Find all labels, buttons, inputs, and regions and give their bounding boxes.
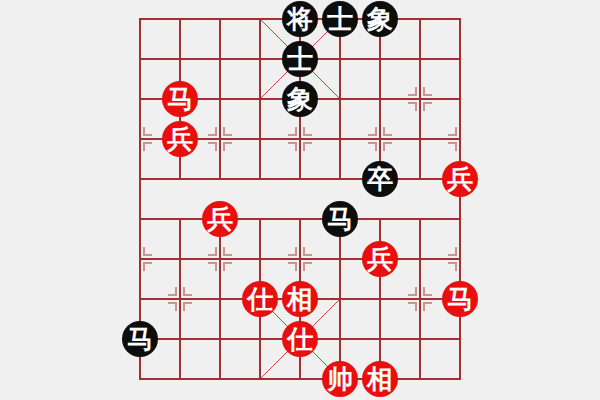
piece-red-advisor[interactable]: 仕 [242, 281, 278, 317]
piece-black-horse[interactable]: 马 [322, 201, 358, 237]
piece-black-advisor[interactable]: 士 [282, 41, 318, 77]
xiangqi-board-screenshot: 将士象士象马兵卒兵兵马兵仕相马马仕帅相 [0, 0, 600, 400]
piece-red-horse[interactable]: 马 [442, 281, 478, 317]
piece-black-horse[interactable]: 马 [122, 321, 158, 357]
piece-red-general[interactable]: 帅 [322, 361, 358, 397]
piece-black-elephant[interactable]: 象 [362, 1, 398, 37]
piece-black-advisor[interactable]: 士 [322, 1, 358, 37]
piece-black-general[interactable]: 将 [282, 1, 318, 37]
piece-red-elephant[interactable]: 相 [362, 361, 398, 397]
piece-red-soldier[interactable]: 兵 [362, 241, 398, 277]
piece-red-elephant[interactable]: 相 [282, 281, 318, 317]
piece-red-advisor[interactable]: 仕 [282, 321, 318, 357]
piece-black-soldier[interactable]: 卒 [362, 161, 398, 197]
piece-red-soldier[interactable]: 兵 [442, 161, 478, 197]
piece-red-soldier[interactable]: 兵 [202, 201, 238, 237]
piece-red-horse[interactable]: 马 [162, 81, 198, 117]
pieces-layer: 将士象士象马兵卒兵兵马兵仕相马马仕帅相 [0, 0, 600, 400]
piece-black-elephant[interactable]: 象 [282, 81, 318, 117]
piece-red-soldier[interactable]: 兵 [162, 121, 198, 157]
